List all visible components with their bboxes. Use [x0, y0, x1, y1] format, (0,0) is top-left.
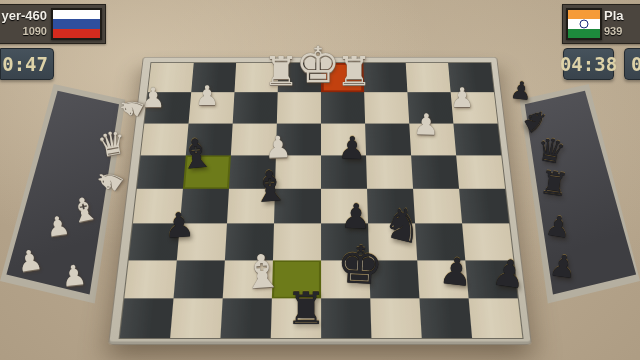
piece-white-bishop-f7[interactable]: ♝	[240, 247, 284, 296]
clock-right-time: 04:38	[560, 53, 617, 75]
game-screen: ♜♚♜♟♟♟♟♟♝♟♝♝♟♟♞♚♟♟♜♞♛♞♝♟♟♟♟♞♛♜♟♟ yer-460…	[0, 0, 640, 360]
square-c8[interactable]	[370, 298, 422, 338]
flag-stripe	[53, 10, 100, 19]
flag-stripe	[53, 19, 100, 28]
square-g7[interactable]	[174, 260, 225, 298]
square-a5[interactable]	[459, 189, 509, 224]
square-h8[interactable]	[120, 298, 174, 338]
square-f8[interactable]	[220, 298, 271, 338]
square-a3[interactable]	[453, 123, 501, 155]
captured-black-pawn: ♟	[509, 78, 533, 104]
captured-white-pawn: ♟	[60, 261, 88, 291]
square-c3[interactable]	[365, 123, 411, 155]
piece-black-bishop-g4[interactable]: ♝	[176, 132, 216, 176]
captured-black-pawn: ♟	[548, 250, 579, 283]
flag-stripe	[568, 29, 600, 38]
piece-black-pawn-a7[interactable]: ♟	[490, 253, 528, 294]
piece-black-king-d7[interactable]: ♚	[335, 238, 384, 292]
clock-right-edge-time: 0	[631, 53, 640, 75]
piece-white-rook-c1[interactable]: ♜	[336, 51, 372, 91]
square-c4[interactable]	[366, 155, 413, 188]
square-h7[interactable]	[124, 260, 176, 298]
piece-white-pawn-g2[interactable]: ♟	[195, 82, 219, 109]
piece-black-bishop-e5[interactable]: ♝	[250, 165, 290, 210]
clock-left-time: 0:47	[2, 53, 48, 75]
square-a8[interactable]	[469, 298, 523, 338]
piece-white-pawn-a2[interactable]: ♟	[450, 84, 474, 111]
india-flag-icon	[566, 8, 602, 40]
square-a4[interactable]	[456, 155, 505, 188]
piece-white-rook-e1[interactable]: ♜	[263, 51, 299, 91]
player-rating-left: 1090	[23, 25, 47, 37]
square-e2[interactable]	[277, 92, 321, 123]
piece-white-pawn-e4[interactable]: ♟	[264, 132, 292, 163]
piece-black-pawn-g6[interactable]: ♟	[163, 207, 196, 243]
player-name-left: yer-460	[1, 8, 47, 23]
piece-black-pawn-d6[interactable]: ♟	[340, 199, 372, 234]
square-f2[interactable]	[233, 92, 278, 123]
piece-black-rook-e8[interactable]: ♜	[286, 286, 326, 331]
square-d8[interactable]	[321, 298, 371, 338]
square-b8[interactable]	[419, 298, 472, 338]
player-name-right: Pla	[604, 8, 624, 23]
piece-white-king-d1[interactable]: ♚	[296, 40, 341, 90]
russia-flag-icon	[51, 8, 102, 40]
piece-black-pawn-d4[interactable]: ♟	[338, 132, 367, 164]
clock-right-edge: 0	[624, 48, 640, 80]
player-plate-right: Pla 939	[562, 4, 640, 44]
captured-white-queen: ♛	[95, 126, 129, 162]
square-d2[interactable]	[321, 92, 365, 123]
flag-stripe	[568, 10, 600, 19]
clock-left: 0:47	[0, 48, 54, 80]
square-b1[interactable]	[406, 63, 451, 93]
player-plate-left: yer-460 1090	[0, 4, 106, 44]
captured-black-rook: ♜	[538, 166, 571, 202]
player-rating-right: 939	[604, 25, 622, 37]
captured-black-pawn: ♟	[544, 212, 573, 243]
ashoka-chakra-icon	[580, 20, 589, 29]
clock-right: 04:38	[563, 48, 614, 80]
square-g8[interactable]	[170, 298, 223, 338]
square-b4[interactable]	[411, 155, 459, 188]
piece-white-pawn-b3[interactable]: ♟	[413, 110, 440, 140]
captured-white-pawn: ♟	[16, 246, 45, 277]
piece-black-pawn-b7[interactable]: ♟	[438, 252, 475, 292]
square-c2[interactable]	[364, 92, 409, 123]
captured-white-pawn: ♟	[45, 212, 72, 241]
flag-stripe	[53, 29, 100, 38]
